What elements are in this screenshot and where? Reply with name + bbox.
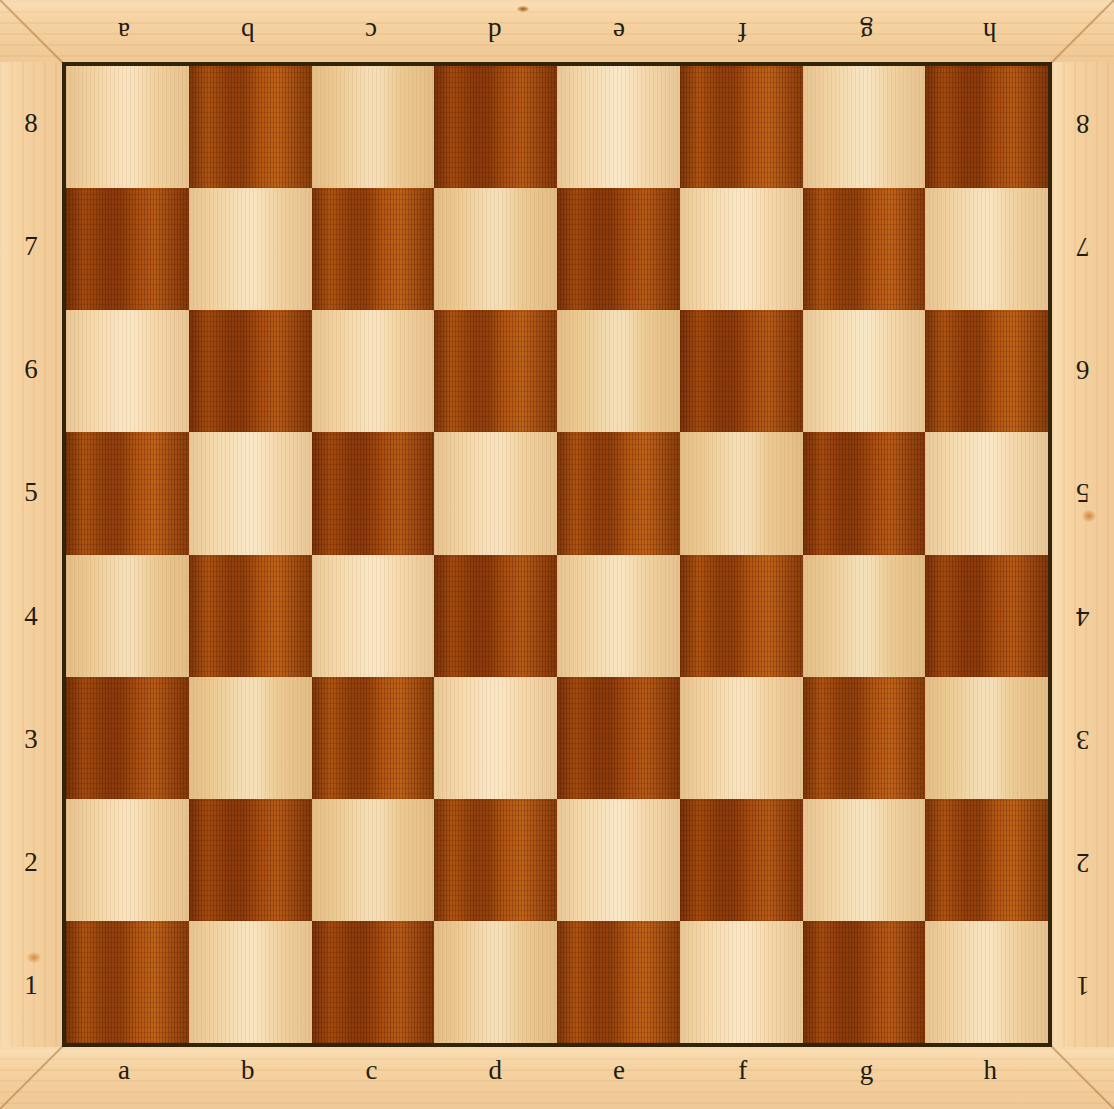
square-g3[interactable] xyxy=(803,677,926,799)
rank-label-8: 8 xyxy=(1076,110,1090,137)
rank-label-5: 5 xyxy=(1076,479,1090,506)
square-e5[interactable] xyxy=(557,432,680,554)
file-label-cell: f xyxy=(681,1039,805,1101)
rank-label-cell: 4 xyxy=(0,555,62,678)
square-e6[interactable] xyxy=(557,310,680,432)
rank-label-1: 1 xyxy=(1076,972,1090,999)
file-label-cell: h xyxy=(928,0,1052,62)
rank-label-7: 7 xyxy=(1076,233,1090,260)
square-d8[interactable] xyxy=(434,66,557,188)
square-a1[interactable] xyxy=(66,921,189,1043)
file-label-f: f xyxy=(738,1057,747,1084)
rank-label-cell: 6 xyxy=(1052,308,1114,431)
square-e1[interactable] xyxy=(557,921,680,1043)
rank-label-cell: 7 xyxy=(0,185,62,308)
square-f3[interactable] xyxy=(680,677,803,799)
file-label-h: h xyxy=(983,18,997,45)
rank-label-cell: 3 xyxy=(1052,678,1114,801)
rank-label-3: 3 xyxy=(1076,726,1090,753)
square-a8[interactable] xyxy=(66,66,189,188)
square-b5[interactable] xyxy=(189,432,312,554)
rank-label-cell: 2 xyxy=(0,801,62,924)
square-f6[interactable] xyxy=(680,310,803,432)
rank-label-cell: 3 xyxy=(0,678,62,801)
file-label-cell: e xyxy=(557,0,681,62)
file-label-cell: c xyxy=(310,1039,434,1101)
square-a2[interactable] xyxy=(66,799,189,921)
file-label-b: b xyxy=(241,1057,255,1084)
square-d1[interactable] xyxy=(434,921,557,1043)
square-h6[interactable] xyxy=(925,310,1048,432)
rank-label-3: 3 xyxy=(24,726,38,753)
rank-label-2: 2 xyxy=(1076,849,1090,876)
rank-label-cell: 1 xyxy=(1052,924,1114,1047)
square-d5[interactable] xyxy=(434,432,557,554)
square-f5[interactable] xyxy=(680,432,803,554)
square-d2[interactable] xyxy=(434,799,557,921)
file-label-d: d xyxy=(488,18,502,45)
file-label-h: h xyxy=(983,1057,997,1084)
square-c6[interactable] xyxy=(312,310,435,432)
file-labels-bottom: abcdefgh xyxy=(62,1047,1052,1109)
rank-label-cell: 5 xyxy=(1052,431,1114,554)
square-f7[interactable] xyxy=(680,188,803,310)
rank-label-cell: 8 xyxy=(1052,62,1114,185)
square-d6[interactable] xyxy=(434,310,557,432)
square-e3[interactable] xyxy=(557,677,680,799)
file-label-cell: a xyxy=(62,1039,186,1101)
rank-label-4: 4 xyxy=(1076,603,1090,630)
board xyxy=(62,62,1052,1047)
file-label-cell: g xyxy=(805,1039,929,1101)
square-h7[interactable] xyxy=(925,188,1048,310)
rank-label-5: 5 xyxy=(24,479,38,506)
rank-labels-left: 87654321 xyxy=(0,62,62,1047)
square-g7[interactable] xyxy=(803,188,926,310)
square-g8[interactable] xyxy=(803,66,926,188)
file-label-d: d xyxy=(488,1057,502,1084)
square-c8[interactable] xyxy=(312,66,435,188)
file-label-c: c xyxy=(365,18,377,45)
file-label-f: f xyxy=(738,18,747,45)
square-a6[interactable] xyxy=(66,310,189,432)
square-b1[interactable] xyxy=(189,921,312,1043)
square-e8[interactable] xyxy=(557,66,680,188)
rank-label-cell: 4 xyxy=(1052,555,1114,678)
rank-label-cell: 8 xyxy=(0,62,62,185)
square-b4[interactable] xyxy=(189,555,312,677)
square-f1[interactable] xyxy=(680,921,803,1043)
square-g4[interactable] xyxy=(803,555,926,677)
file-label-cell: a xyxy=(62,0,186,62)
file-label-cell: d xyxy=(433,1039,557,1101)
file-label-e: e xyxy=(613,18,625,45)
rank-labels-right: 87654321 xyxy=(1052,62,1114,1047)
rank-label-cell: 2 xyxy=(1052,801,1114,924)
file-label-b: b xyxy=(241,18,255,45)
square-a4[interactable] xyxy=(66,555,189,677)
rank-label-cell: 1 xyxy=(0,924,62,1047)
square-e7[interactable] xyxy=(557,188,680,310)
chessboard-photo: abcdefgh abcdefgh 87654321 87654321 xyxy=(0,0,1114,1109)
square-b6[interactable] xyxy=(189,310,312,432)
file-label-a: a xyxy=(118,1057,130,1084)
square-h3[interactable] xyxy=(925,677,1048,799)
file-label-g: g xyxy=(860,1057,874,1084)
square-h4[interactable] xyxy=(925,555,1048,677)
square-g6[interactable] xyxy=(803,310,926,432)
square-e2[interactable] xyxy=(557,799,680,921)
file-label-cell: d xyxy=(433,0,557,62)
file-label-g: g xyxy=(860,18,874,45)
square-c3[interactable] xyxy=(312,677,435,799)
square-h8[interactable] xyxy=(925,66,1048,188)
square-d4[interactable] xyxy=(434,555,557,677)
file-label-cell: b xyxy=(186,1039,310,1101)
file-label-cell: h xyxy=(928,1039,1052,1101)
square-d7[interactable] xyxy=(434,188,557,310)
square-c5[interactable] xyxy=(312,432,435,554)
square-b7[interactable] xyxy=(189,188,312,310)
square-c1[interactable] xyxy=(312,921,435,1043)
file-label-cell: g xyxy=(805,0,929,62)
square-d3[interactable] xyxy=(434,677,557,799)
file-label-cell: f xyxy=(681,0,805,62)
file-labels-top: abcdefgh xyxy=(62,0,1052,62)
rank-label-4: 4 xyxy=(24,603,38,630)
rank-label-7: 7 xyxy=(24,233,38,260)
file-label-cell: b xyxy=(186,0,310,62)
square-g1[interactable] xyxy=(803,921,926,1043)
file-label-c: c xyxy=(365,1057,377,1084)
file-label-e: e xyxy=(613,1057,625,1084)
file-label-a: a xyxy=(118,18,130,45)
square-a7[interactable] xyxy=(66,188,189,310)
square-a3[interactable] xyxy=(66,677,189,799)
square-h2[interactable] xyxy=(925,799,1048,921)
square-g5[interactable] xyxy=(803,432,926,554)
square-e4[interactable] xyxy=(557,555,680,677)
rank-label-2: 2 xyxy=(24,849,38,876)
square-f4[interactable] xyxy=(680,555,803,677)
rank-label-6: 6 xyxy=(24,356,38,383)
square-f8[interactable] xyxy=(680,66,803,188)
square-c4[interactable] xyxy=(312,555,435,677)
rank-label-cell: 5 xyxy=(0,431,62,554)
file-label-cell: e xyxy=(557,1039,681,1101)
square-f2[interactable] xyxy=(680,799,803,921)
file-label-cell: c xyxy=(310,0,434,62)
rank-label-8: 8 xyxy=(24,110,38,137)
rank-label-6: 6 xyxy=(1076,356,1090,383)
square-b2[interactable] xyxy=(189,799,312,921)
rank-label-cell: 6 xyxy=(0,308,62,431)
square-b8[interactable] xyxy=(189,66,312,188)
rank-label-1: 1 xyxy=(24,972,38,999)
square-a5[interactable] xyxy=(66,432,189,554)
square-h1[interactable] xyxy=(925,921,1048,1043)
square-g2[interactable] xyxy=(803,799,926,921)
square-c7[interactable] xyxy=(312,188,435,310)
square-c2[interactable] xyxy=(312,799,435,921)
square-h5[interactable] xyxy=(925,432,1048,554)
rank-label-cell: 7 xyxy=(1052,185,1114,308)
square-b3[interactable] xyxy=(189,677,312,799)
